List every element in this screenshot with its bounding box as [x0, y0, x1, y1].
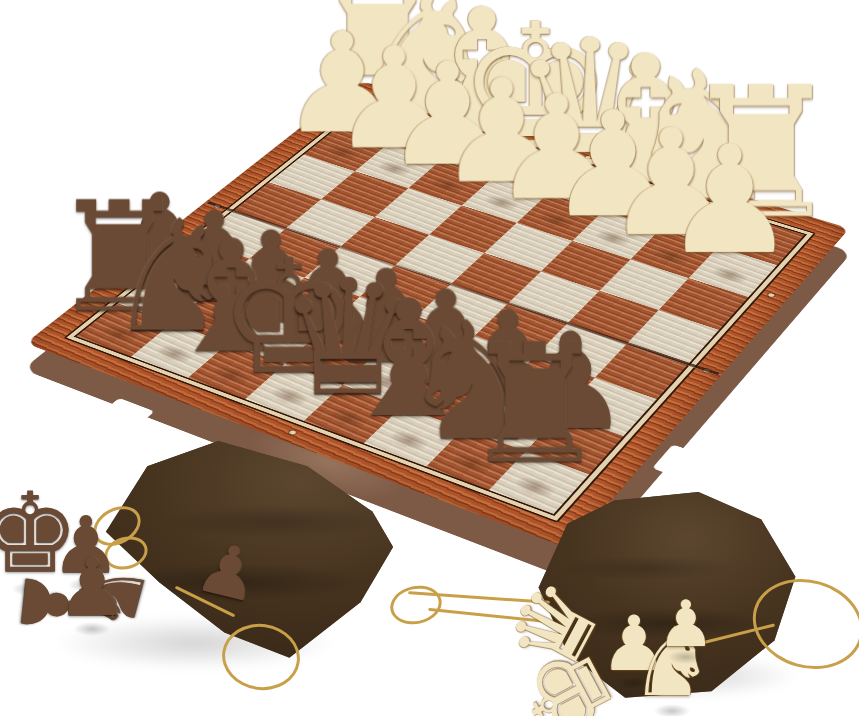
chess-set-photo: ♜♞♝♚♛♝♞♜♟♟♟♟♟♟♟♟♟♟♟♟♟♟♟♟♜♞♝♚♛♝♞♜ ♞ ♚♟♟♟♟… [0, 0, 859, 716]
drawstring-cord [387, 581, 446, 629]
white-pawn-loose: ♟ [606, 592, 766, 656]
foreground: ♞ ♚♟♟♟♟ ♛♚♟♞♟ [0, 0, 859, 716]
